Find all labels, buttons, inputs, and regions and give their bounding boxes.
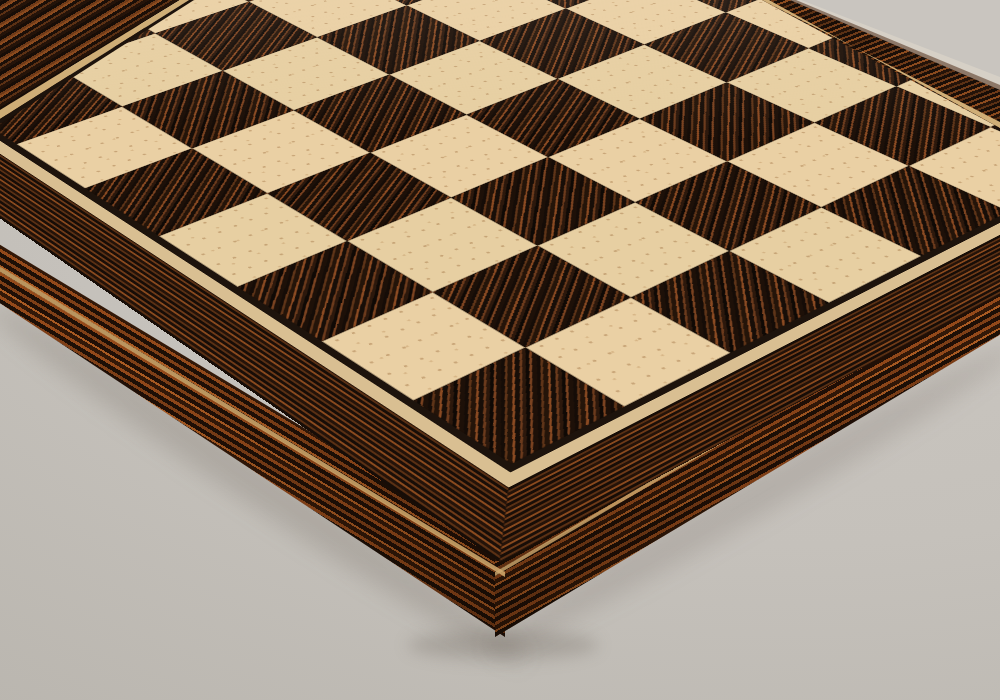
chessboard-scene [0,0,1000,700]
